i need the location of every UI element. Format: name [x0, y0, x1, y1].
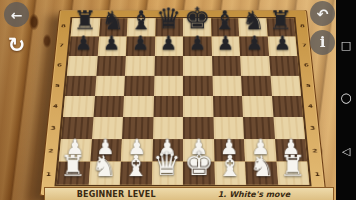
square-f1[interactable]: ♝: [214, 161, 246, 184]
square-e1[interactable]: ♚: [183, 161, 215, 184]
square-h6[interactable]: [269, 56, 299, 76]
square-g6[interactable]: [240, 56, 270, 76]
rotate-board-icon[interactable]: ↻: [4, 33, 29, 58]
rank-label-3: 3: [306, 117, 320, 139]
rank-label-7: 7: [298, 36, 311, 55]
square-a6[interactable]: [67, 56, 97, 76]
square-e7[interactable]: ♟: [183, 37, 212, 56]
piece-black-bishop-c8[interactable]: ♝: [129, 8, 152, 34]
rank-label-7: 7: [55, 36, 68, 55]
undo-move-icon[interactable]: ↶: [310, 1, 335, 26]
rank-label-8: 8: [296, 17, 308, 36]
square-b6[interactable]: [96, 56, 126, 76]
piece-black-pawn-a7[interactable]: ♟: [75, 33, 92, 52]
piece-black-pawn-h7[interactable]: ♟: [274, 33, 291, 52]
rank-label-6: 6: [53, 55, 66, 75]
square-d5[interactable]: [154, 76, 184, 96]
rank-label-5: 5: [51, 75, 64, 96]
square-a7[interactable]: ♟: [69, 37, 99, 56]
piece-white-queen-d1[interactable]: ♛: [153, 148, 182, 180]
rank-label-6: 6: [300, 55, 313, 75]
square-c4[interactable]: [123, 96, 153, 117]
piece-white-bishop-c1[interactable]: ♝: [123, 152, 149, 181]
rank-label-8: 8: [57, 17, 69, 36]
piece-black-pawn-d7[interactable]: ♟: [160, 33, 177, 52]
square-g5[interactable]: [241, 76, 271, 96]
square-b1[interactable]: ♞: [88, 161, 121, 184]
square-b7[interactable]: ♟: [97, 37, 126, 56]
board-front-face: BEGINNER LEVEL 1. White's move: [44, 187, 334, 200]
square-c7[interactable]: ♟: [126, 37, 155, 56]
piece-black-queen-d8[interactable]: ♛: [156, 5, 182, 34]
move-indicator-label: 1. White's move: [218, 190, 290, 199]
piece-white-knight-b1[interactable]: ♞: [91, 152, 117, 181]
piece-black-rook-a8[interactable]: ♜: [73, 8, 96, 34]
board-grid: ♜♞♝♛♚♝♞♜♟♟♟♟♟♟♟♟♟♟♟♟♟♟♟♟♜♞♝♛♚♝♞♜: [54, 17, 311, 186]
android-recents-icon[interactable]: □: [336, 38, 356, 54]
square-c6[interactable]: [125, 56, 154, 76]
piece-black-rook-h8[interactable]: ♜: [270, 8, 293, 34]
piece-black-pawn-f7[interactable]: ♟: [217, 33, 234, 52]
rank-label-4: 4: [49, 96, 62, 117]
square-d4[interactable]: [153, 96, 183, 117]
android-nav-bar: □ ○ ◁: [336, 0, 356, 200]
piece-black-pawn-b7[interactable]: ♟: [103, 33, 120, 52]
square-e6[interactable]: [183, 56, 212, 76]
piece-black-pawn-g7[interactable]: ♟: [246, 33, 263, 52]
rank-label-2: 2: [44, 140, 58, 163]
piece-white-bishop-f1[interactable]: ♝: [217, 152, 243, 181]
square-h1[interactable]: ♜: [276, 161, 309, 184]
piece-black-king-e8[interactable]: ♚: [184, 4, 210, 33]
rank-label-3: 3: [46, 117, 60, 139]
piece-white-rook-h1[interactable]: ♜: [280, 152, 306, 181]
square-f4[interactable]: [213, 96, 243, 117]
square-a5[interactable]: [65, 76, 96, 96]
piece-white-rook-a1[interactable]: ♜: [60, 152, 86, 181]
piece-black-pawn-e7[interactable]: ♟: [189, 33, 206, 52]
piece-black-knight-g8[interactable]: ♞: [242, 8, 265, 34]
square-h4[interactable]: [272, 96, 303, 117]
piece-black-knight-b8[interactable]: ♞: [101, 8, 124, 34]
info-icon[interactable]: i: [310, 30, 335, 55]
square-e5[interactable]: [183, 76, 213, 96]
piece-white-knight-g1[interactable]: ♞: [249, 152, 275, 181]
rank-label-5: 5: [302, 75, 315, 96]
square-d1[interactable]: ♛: [151, 161, 183, 184]
piece-black-pawn-c7[interactable]: ♟: [132, 33, 149, 52]
chess-board: ♜♞♝♛♚♝♞♜♟♟♟♟♟♟♟♟♟♟♟♟♟♟♟♟♜♞♝♛♚♝♞♜ ABCDEFG…: [39, 10, 326, 196]
square-b4[interactable]: [93, 96, 124, 117]
square-g1[interactable]: ♞: [245, 161, 278, 184]
android-back-icon[interactable]: ◁: [336, 144, 356, 160]
square-c5[interactable]: [124, 76, 154, 96]
android-home-icon[interactable]: ○: [336, 90, 356, 106]
piece-black-bishop-f8[interactable]: ♝: [214, 8, 237, 34]
square-f6[interactable]: [212, 56, 241, 76]
piece-white-king-e1[interactable]: ♚: [184, 147, 214, 180]
chess-app-screen: ♜♞♝♛♚♝♞♜♟♟♟♟♟♟♟♟♟♟♟♟♟♟♟♟♜♞♝♛♚♝♞♜ ABCDEFG…: [0, 0, 356, 200]
square-d7[interactable]: ♟: [154, 37, 183, 56]
chess-board-wrapper: ♜♞♝♛♚♝♞♜♟♟♟♟♟♟♟♟♟♟♟♟♟♟♟♟♜♞♝♛♚♝♞♜ ABCDEFG…: [50, 0, 314, 200]
square-c1[interactable]: ♝: [120, 161, 152, 184]
rank-label-1: 1: [42, 162, 56, 186]
square-e4[interactable]: [183, 96, 213, 117]
rank-label-2: 2: [308, 140, 322, 163]
square-g4[interactable]: [242, 96, 273, 117]
square-h7[interactable]: ♟: [267, 37, 297, 56]
rank-label-4: 4: [304, 96, 317, 117]
back-arrow-icon[interactable]: ←: [4, 2, 29, 27]
square-g7[interactable]: ♟: [239, 37, 268, 56]
difficulty-level-label: BEGINNER LEVEL: [77, 190, 156, 199]
square-f5[interactable]: [212, 76, 242, 96]
square-b5[interactable]: [95, 76, 125, 96]
square-f7[interactable]: ♟: [211, 37, 240, 56]
rank-label-1: 1: [310, 162, 324, 186]
square-a4[interactable]: [63, 96, 94, 117]
square-h5[interactable]: [270, 76, 301, 96]
square-d6[interactable]: [154, 56, 183, 76]
square-a1[interactable]: ♜: [57, 161, 90, 184]
